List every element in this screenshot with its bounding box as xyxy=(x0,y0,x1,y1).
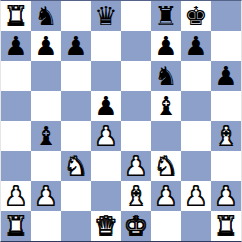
piece-black-pawn[interactable]: ♟ xyxy=(184,31,207,61)
piece-white-rook[interactable]: ♜ xyxy=(4,1,27,31)
piece-black-rook[interactable]: ♜ xyxy=(154,1,177,31)
square-e5[interactable] xyxy=(121,91,151,121)
square-e8[interactable] xyxy=(121,1,151,31)
piece-black-knight[interactable]: ♞ xyxy=(34,1,57,31)
square-h3[interactable] xyxy=(211,151,241,181)
piece-white-pawn[interactable]: ♟ xyxy=(4,181,27,211)
square-b7[interactable]: ♟ xyxy=(31,31,61,61)
square-e3[interactable]: ♟ xyxy=(121,151,151,181)
square-g4[interactable] xyxy=(181,121,211,151)
square-g6[interactable] xyxy=(181,61,211,91)
square-g7[interactable]: ♟ xyxy=(181,31,211,61)
square-d5[interactable]: ♟ xyxy=(91,91,121,121)
square-c8[interactable] xyxy=(61,1,91,31)
square-h4[interactable]: ♝ xyxy=(211,121,241,151)
piece-white-rook[interactable]: ♜ xyxy=(4,211,27,241)
piece-black-pawn[interactable]: ♟ xyxy=(154,31,177,61)
piece-white-queen[interactable]: ♛ xyxy=(94,211,117,241)
square-d2[interactable] xyxy=(91,181,121,211)
piece-white-knight[interactable]: ♞ xyxy=(154,151,177,181)
square-d7[interactable] xyxy=(91,31,121,61)
piece-white-pawn[interactable]: ♟ xyxy=(124,151,147,181)
piece-black-pawn[interactable]: ♟ xyxy=(34,31,57,61)
piece-white-pawn[interactable]: ♟ xyxy=(94,121,117,151)
square-a1[interactable]: ♜ xyxy=(1,211,31,241)
piece-black-pawn[interactable]: ♟ xyxy=(4,31,27,61)
square-c1[interactable] xyxy=(61,211,91,241)
square-c5[interactable] xyxy=(61,91,91,121)
square-h2[interactable]: ♟ xyxy=(211,181,241,211)
square-f6[interactable]: ♞ xyxy=(151,61,181,91)
square-g2[interactable]: ♟ xyxy=(181,181,211,211)
piece-white-pawn[interactable]: ♟ xyxy=(214,181,237,211)
piece-white-pawn[interactable]: ♟ xyxy=(34,181,57,211)
square-b4[interactable]: ♝ xyxy=(31,121,61,151)
square-a6[interactable] xyxy=(1,61,31,91)
square-h6[interactable]: ♟ xyxy=(211,61,241,91)
square-a2[interactable]: ♟ xyxy=(1,181,31,211)
square-h1[interactable]: ♜ xyxy=(211,211,241,241)
square-f2[interactable]: ♟ xyxy=(151,181,181,211)
piece-black-king[interactable]: ♚ xyxy=(184,1,207,31)
square-g8[interactable]: ♚ xyxy=(181,1,211,31)
square-d1[interactable]: ♛ xyxy=(91,211,121,241)
square-f5[interactable]: ♝ xyxy=(151,91,181,121)
square-d4[interactable]: ♟ xyxy=(91,121,121,151)
piece-white-bishop[interactable]: ♝ xyxy=(124,181,147,211)
square-g3[interactable] xyxy=(181,151,211,181)
square-d8[interactable]: ♛ xyxy=(91,1,121,31)
square-b6[interactable] xyxy=(31,61,61,91)
square-h7[interactable] xyxy=(211,31,241,61)
square-a7[interactable]: ♟ xyxy=(1,31,31,61)
piece-black-pawn[interactable]: ♟ xyxy=(64,31,87,61)
piece-black-queen[interactable]: ♛ xyxy=(94,1,117,31)
square-c4[interactable] xyxy=(61,121,91,151)
piece-black-pawn[interactable]: ♟ xyxy=(94,91,117,121)
square-f7[interactable]: ♟ xyxy=(151,31,181,61)
square-f1[interactable] xyxy=(151,211,181,241)
square-a3[interactable] xyxy=(1,151,31,181)
square-e4[interactable] xyxy=(121,121,151,151)
square-d6[interactable] xyxy=(91,61,121,91)
square-a8[interactable]: ♜ xyxy=(1,1,31,31)
square-e7[interactable] xyxy=(121,31,151,61)
square-a5[interactable] xyxy=(1,91,31,121)
piece-black-bishop[interactable]: ♝ xyxy=(34,121,57,151)
piece-white-pawn[interactable]: ♟ xyxy=(184,181,207,211)
square-d3[interactable] xyxy=(91,151,121,181)
square-h5[interactable] xyxy=(211,91,241,121)
square-b1[interactable] xyxy=(31,211,61,241)
piece-black-bishop[interactable]: ♝ xyxy=(154,91,177,121)
piece-white-knight[interactable]: ♞ xyxy=(64,151,87,181)
square-b2[interactable]: ♟ xyxy=(31,181,61,211)
square-a4[interactable] xyxy=(1,121,31,151)
square-b5[interactable] xyxy=(31,91,61,121)
chess-board: ♜♞♛♜♚♟♟♟♟♟♞♟♟♝♝♟♝♞♟♞♟♟♝♟♟♟♜♛♚♜ xyxy=(1,1,241,241)
square-b3[interactable] xyxy=(31,151,61,181)
piece-white-king[interactable]: ♚ xyxy=(124,211,147,241)
piece-white-pawn[interactable]: ♟ xyxy=(154,181,177,211)
square-e2[interactable]: ♝ xyxy=(121,181,151,211)
square-c6[interactable] xyxy=(61,61,91,91)
square-c3[interactable]: ♞ xyxy=(61,151,91,181)
piece-white-rook[interactable]: ♜ xyxy=(214,211,237,241)
square-h8[interactable] xyxy=(211,1,241,31)
square-e1[interactable]: ♚ xyxy=(121,211,151,241)
piece-white-bishop[interactable]: ♝ xyxy=(214,121,237,151)
chess-board-frame: ♜♞♛♜♚♟♟♟♟♟♞♟♟♝♝♟♝♞♟♞♟♟♝♟♟♟♜♛♚♜ xyxy=(0,0,242,242)
square-c2[interactable] xyxy=(61,181,91,211)
square-f8[interactable]: ♜ xyxy=(151,1,181,31)
square-b8[interactable]: ♞ xyxy=(31,1,61,31)
piece-black-knight[interactable]: ♞ xyxy=(154,61,177,91)
square-g1[interactable] xyxy=(181,211,211,241)
square-c7[interactable]: ♟ xyxy=(61,31,91,61)
square-f3[interactable]: ♞ xyxy=(151,151,181,181)
square-f4[interactable] xyxy=(151,121,181,151)
piece-black-pawn[interactable]: ♟ xyxy=(214,61,237,91)
square-g5[interactable] xyxy=(181,91,211,121)
square-e6[interactable] xyxy=(121,61,151,91)
